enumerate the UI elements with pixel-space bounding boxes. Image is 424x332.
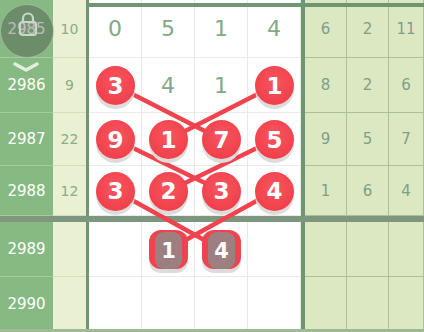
digit-cell (195, 166, 248, 216)
digit-cell (89, 113, 142, 166)
digit-cell: 4 (142, 58, 195, 113)
digit-cell (142, 166, 195, 216)
stat-cell: 8 (305, 58, 347, 113)
stat-cell: 2 (347, 0, 389, 58)
digit-cell (248, 222, 301, 277)
sum-cell: 12 (53, 166, 86, 216)
vertical-divider (86, 0, 89, 332)
stat-cell: 1 (305, 166, 347, 216)
sum-cell (53, 277, 86, 332)
current-draw-separator-band (0, 216, 424, 222)
digit-cell (89, 58, 142, 113)
digit-cell: 1 (195, 0, 248, 58)
stat-cell: 6 (305, 0, 347, 58)
digit-cell: 5 (142, 0, 195, 58)
sum-cell (53, 222, 86, 277)
stat-cell: 4 (389, 166, 424, 216)
stat-cell: 6 (347, 166, 389, 216)
digit-cell (142, 277, 195, 332)
stat-cell: 7 (389, 113, 424, 166)
stat-cell (389, 277, 424, 332)
digit-cell (142, 222, 195, 277)
digit-cell (195, 222, 248, 277)
digit-cell (248, 113, 301, 166)
period-cell: 2987 (0, 113, 53, 166)
sum-cell: 9 (53, 58, 86, 113)
sum-cell: 10 (53, 0, 86, 58)
digit-cell (89, 166, 142, 216)
chevron-down-icon[interactable] (13, 62, 39, 73)
stat-cell (389, 222, 424, 277)
period-cell: 2989 (0, 222, 53, 277)
stat-cell (347, 222, 389, 277)
stat-cell: 2 (347, 58, 389, 113)
stat-cell: 11 (389, 0, 424, 58)
trend-board: 2985100514621129869418262987229572988121… (0, 0, 424, 332)
lottery-trend-chart: 2985100514621129869418262987229572988121… (0, 0, 424, 332)
digit-cell (248, 277, 301, 332)
digit-cell (142, 113, 195, 166)
stat-cell: 9 (305, 113, 347, 166)
digit-cell (248, 58, 301, 113)
header-divider-line (86, 3, 424, 7)
digit-cell: 4 (248, 0, 301, 58)
period-cell: 2990 (0, 277, 53, 332)
digit-cell (195, 277, 248, 332)
digit-cell: 0 (89, 0, 142, 58)
stat-cell: 6 (389, 58, 424, 113)
vertical-divider (301, 0, 305, 332)
sum-cell: 22 (53, 113, 86, 166)
digit-cell (248, 166, 301, 216)
stat-cell: 5 (347, 113, 389, 166)
digit-cell (89, 277, 142, 332)
digit-cell (89, 222, 142, 277)
digit-cell (195, 113, 248, 166)
stat-cell (305, 222, 347, 277)
lock-icon (14, 9, 42, 39)
stat-cell (305, 277, 347, 332)
digit-cell: 1 (195, 58, 248, 113)
lock-button[interactable] (0, 4, 54, 58)
stat-cell (347, 277, 389, 332)
period-cell: 2988 (0, 166, 53, 216)
